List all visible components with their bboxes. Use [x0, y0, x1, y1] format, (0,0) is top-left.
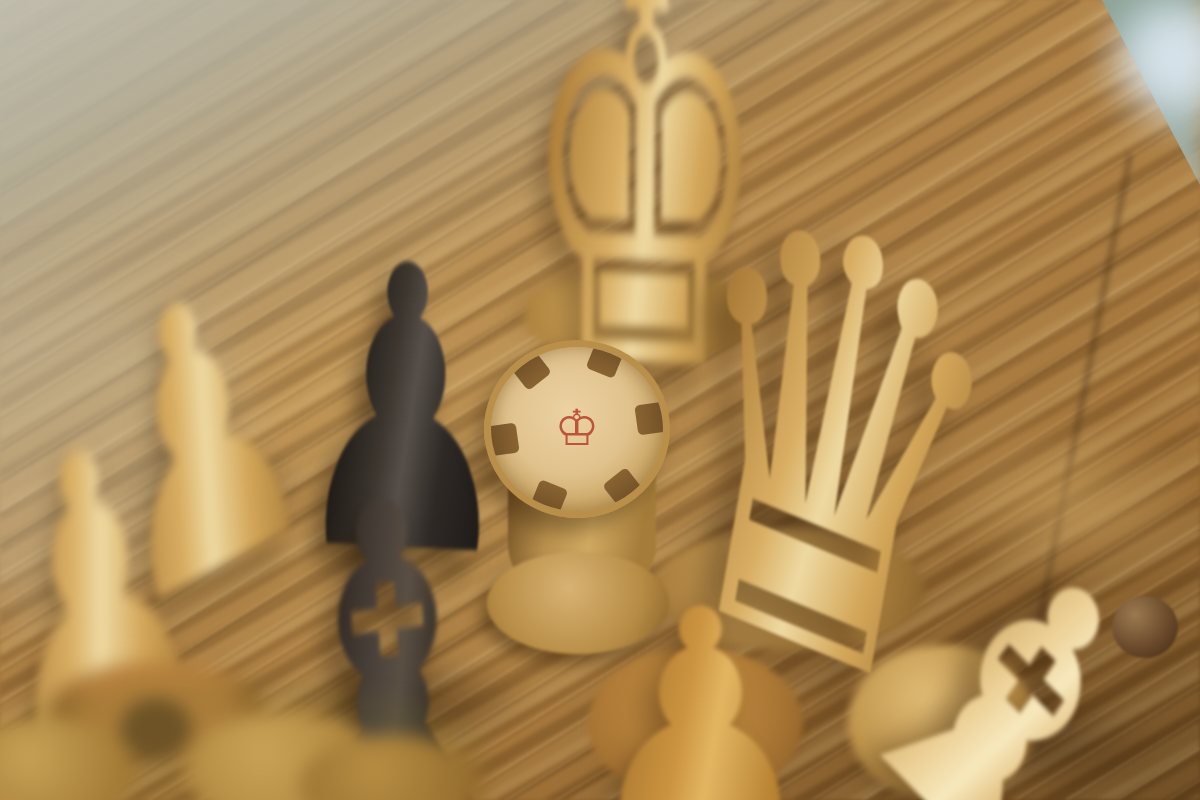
red-crown-stamp: ♔ — [491, 403, 663, 453]
crenellation-notch — [499, 340, 552, 391]
rook-top-crenellation: ♔ — [484, 340, 670, 518]
blurred-olive-tint — [0, 680, 490, 800]
white-bishop-finial — [1112, 596, 1178, 658]
blurred-pieces-cluster — [0, 640, 500, 800]
crenellation-notch — [586, 340, 632, 379]
chess-pieces-photo: ♚ ♛ ♟ ♟ ♟ ♝ ♔ ♟ ♝ — [0, 0, 1200, 800]
